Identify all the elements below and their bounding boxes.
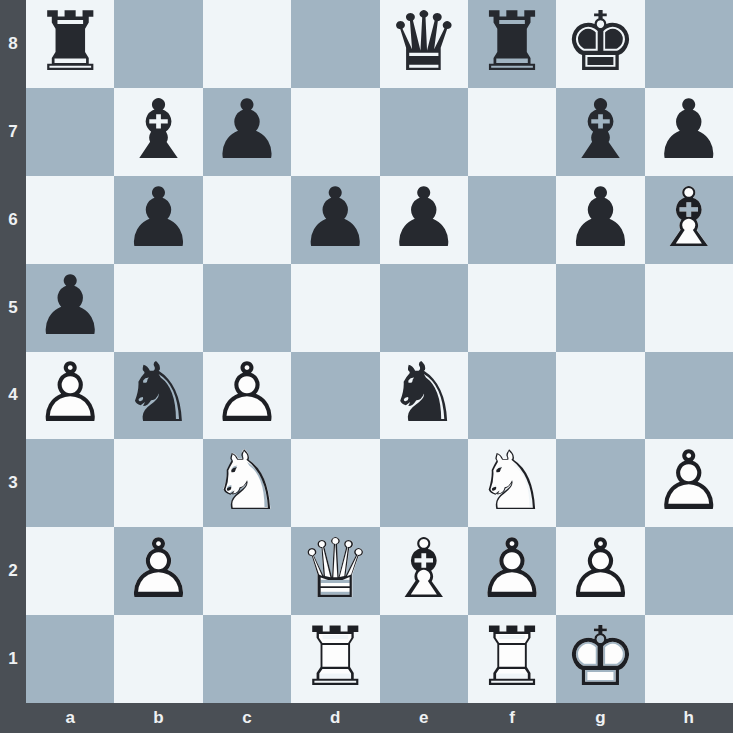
rank-label-1: 1 [0,615,26,703]
square-f5[interactable] [468,264,556,352]
square-b4[interactable]: ♞ [114,352,202,440]
square-h5[interactable] [645,264,733,352]
piece-black-rook[interactable]: ♜ [33,1,107,83]
square-b8[interactable] [114,0,202,88]
square-h4[interactable] [645,352,733,440]
piece-black-pawn[interactable]: ♟ [652,89,726,171]
file-label-g: g [556,703,644,733]
square-h6[interactable]: ♝ [645,176,733,264]
square-g4[interactable] [556,352,644,440]
piece-black-pawn[interactable]: ♟ [564,177,638,259]
piece-black-king[interactable]: ♚ [564,1,638,83]
square-e4[interactable]: ♞ [380,352,468,440]
square-b1[interactable] [114,615,202,703]
rank-label-4: 4 [0,352,26,440]
square-a3[interactable] [26,439,114,527]
square-h7[interactable]: ♟ [645,88,733,176]
square-a7[interactable] [26,88,114,176]
square-a2[interactable] [26,527,114,615]
square-d8[interactable] [291,0,379,88]
square-d2[interactable]: ♛ [291,527,379,615]
board-frame-corner [0,703,26,733]
file-label-b: b [114,703,202,733]
square-c3[interactable]: ♞ [203,439,291,527]
square-c7[interactable]: ♟ [203,88,291,176]
square-d7[interactable] [291,88,379,176]
square-f6[interactable] [468,176,556,264]
rank-label-8: 8 [0,0,26,88]
square-h8[interactable] [645,0,733,88]
piece-white-rook[interactable]: ♜ [475,616,549,698]
square-e8[interactable]: ♛ [380,0,468,88]
square-g6[interactable]: ♟ [556,176,644,264]
piece-white-pawn[interactable]: ♟ [122,528,196,610]
square-c2[interactable] [203,527,291,615]
square-a4[interactable]: ♟ [26,352,114,440]
square-f8[interactable]: ♜ [468,0,556,88]
piece-black-rook[interactable]: ♜ [475,1,549,83]
piece-black-pawn[interactable]: ♟ [299,177,373,259]
rank-label-5: 5 [0,264,26,352]
square-e7[interactable] [380,88,468,176]
square-d6[interactable]: ♟ [291,176,379,264]
piece-black-pawn[interactable]: ♟ [33,265,107,347]
chess-board-diagram: 8♜♛♜♚7♝♟♝♟6♟♟♟♟♝5♟4♟♞♟♞3♞♞♟2♟♛♝♟♟1♜♜♚abc… [0,0,733,733]
piece-white-bishop[interactable]: ♝ [387,528,461,610]
rank-label-6: 6 [0,176,26,264]
piece-white-rook[interactable]: ♜ [299,616,373,698]
square-f7[interactable] [468,88,556,176]
square-h3[interactable]: ♟ [645,439,733,527]
square-g5[interactable] [556,264,644,352]
piece-white-pawn[interactable]: ♟ [33,352,107,434]
square-f3[interactable]: ♞ [468,439,556,527]
square-h1[interactable] [645,615,733,703]
square-a8[interactable]: ♜ [26,0,114,88]
square-g7[interactable]: ♝ [556,88,644,176]
piece-black-pawn[interactable]: ♟ [210,89,284,171]
square-e3[interactable] [380,439,468,527]
square-e6[interactable]: ♟ [380,176,468,264]
square-d3[interactable] [291,439,379,527]
piece-white-pawn[interactable]: ♟ [475,528,549,610]
square-e2[interactable]: ♝ [380,527,468,615]
square-f4[interactable] [468,352,556,440]
rank-label-2: 2 [0,527,26,615]
square-d5[interactable] [291,264,379,352]
square-h2[interactable] [645,527,733,615]
square-e1[interactable] [380,615,468,703]
square-a1[interactable] [26,615,114,703]
square-f1[interactable]: ♜ [468,615,556,703]
square-a5[interactable]: ♟ [26,264,114,352]
rank-label-3: 3 [0,439,26,527]
square-b6[interactable]: ♟ [114,176,202,264]
piece-black-knight[interactable]: ♞ [122,352,196,434]
square-c6[interactable] [203,176,291,264]
square-d4[interactable] [291,352,379,440]
piece-black-queen[interactable]: ♛ [387,1,461,83]
piece-white-pawn[interactable]: ♟ [210,352,284,434]
square-e5[interactable] [380,264,468,352]
square-c4[interactable]: ♟ [203,352,291,440]
square-c5[interactable] [203,264,291,352]
piece-white-knight[interactable]: ♞ [475,440,549,522]
piece-white-pawn[interactable]: ♟ [564,528,638,610]
square-b3[interactable] [114,439,202,527]
square-g8[interactable]: ♚ [556,0,644,88]
piece-white-king[interactable]: ♚ [564,616,638,698]
file-label-d: d [291,703,379,733]
piece-black-knight[interactable]: ♞ [387,352,461,434]
square-a6[interactable] [26,176,114,264]
piece-black-pawn[interactable]: ♟ [122,177,196,259]
file-label-c: c [203,703,291,733]
file-label-f: f [468,703,556,733]
piece-white-queen[interactable]: ♛ [299,528,373,610]
file-label-e: e [380,703,468,733]
square-b5[interactable] [114,264,202,352]
square-g1[interactable]: ♚ [556,615,644,703]
rank-label-7: 7 [0,88,26,176]
piece-white-pawn[interactable]: ♟ [652,440,726,522]
square-g2[interactable]: ♟ [556,527,644,615]
square-b7[interactable]: ♝ [114,88,202,176]
file-label-a: a [26,703,114,733]
square-d1[interactable]: ♜ [291,615,379,703]
piece-black-pawn[interactable]: ♟ [387,177,461,259]
piece-white-knight[interactable]: ♞ [210,440,284,522]
piece-white-bishop[interactable]: ♝ [652,177,726,259]
piece-black-bishop[interactable]: ♝ [564,89,638,171]
square-c1[interactable] [203,615,291,703]
piece-black-bishop[interactable]: ♝ [122,89,196,171]
square-c8[interactable] [203,0,291,88]
square-g3[interactable] [556,439,644,527]
square-b2[interactable]: ♟ [114,527,202,615]
square-f2[interactable]: ♟ [468,527,556,615]
file-label-h: h [645,703,733,733]
